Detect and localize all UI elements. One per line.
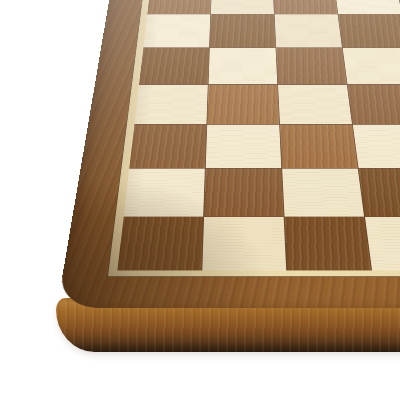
board-field [117, 0, 400, 270]
square-c2 [282, 168, 364, 216]
square-a4 [134, 84, 207, 124]
square-c6 [275, 15, 342, 48]
square-a3 [129, 124, 206, 167]
square-d6 [339, 15, 400, 48]
square-b6 [210, 15, 276, 48]
square-d5 [343, 48, 400, 84]
square-b1 [202, 217, 286, 270]
square-b3 [206, 124, 282, 167]
square-c5 [276, 48, 347, 84]
square-d7 [335, 0, 400, 14]
square-b4 [207, 84, 279, 124]
square-d4 [348, 84, 400, 124]
square-a6 [143, 15, 210, 48]
square-c7 [273, 0, 338, 14]
square-a1 [117, 217, 203, 270]
square-b5 [209, 48, 278, 84]
square-d3 [353, 124, 400, 167]
square-b7 [211, 0, 274, 14]
product-photo-scene [0, 0, 400, 400]
square-c4 [278, 84, 352, 124]
square-d1 [365, 217, 400, 270]
square-d2 [359, 168, 400, 216]
square-c3 [280, 124, 358, 167]
square-a2 [124, 168, 205, 216]
square-b2 [204, 168, 284, 216]
square-a5 [139, 48, 209, 84]
chessboard [57, 0, 400, 308]
square-a7 [147, 0, 211, 14]
square-c1 [285, 217, 372, 270]
